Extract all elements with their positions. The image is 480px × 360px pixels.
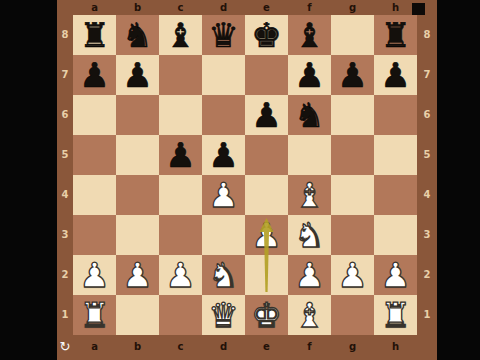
rank-label-5: 5: [417, 135, 437, 175]
square-b7[interactable]: ♟: [116, 55, 159, 95]
square-g1[interactable]: [331, 295, 374, 335]
file-label-h: h: [374, 335, 417, 360]
black-bishop-f8[interactable]: ♝: [294, 15, 324, 55]
square-e7[interactable]: [245, 55, 288, 95]
square-f4[interactable]: ♝: [288, 175, 331, 215]
file-label-g: g: [331, 0, 374, 15]
square-a4[interactable]: [73, 175, 116, 215]
file-label-h: h: [374, 0, 417, 15]
white-pawn-d4[interactable]: ♟: [208, 175, 238, 215]
square-d6[interactable]: [202, 95, 245, 135]
square-d4[interactable]: ♟: [202, 175, 245, 215]
black-pawn-c5[interactable]: ♟: [165, 135, 195, 175]
square-g8[interactable]: [331, 15, 374, 55]
square-d5[interactable]: ♟: [202, 135, 245, 175]
square-d3[interactable]: [202, 215, 245, 255]
white-pawn-b2[interactable]: ♟: [122, 255, 152, 295]
square-h1[interactable]: ♜: [374, 295, 417, 335]
square-d7[interactable]: [202, 55, 245, 95]
square-f1[interactable]: ♝: [288, 295, 331, 335]
square-f7[interactable]: ♟: [288, 55, 331, 95]
file-label-a: a: [73, 335, 116, 360]
square-b2[interactable]: ♟: [116, 255, 159, 295]
square-f5[interactable]: [288, 135, 331, 175]
black-bishop-c8[interactable]: ♝: [165, 15, 195, 55]
square-b3[interactable]: [116, 215, 159, 255]
square-f3[interactable]: ♞: [288, 215, 331, 255]
rank-label-7: 7: [417, 55, 437, 95]
black-pawn-g7[interactable]: ♟: [337, 55, 367, 95]
square-e3[interactable]: ♟: [245, 215, 288, 255]
rank-label-6: 6: [57, 95, 73, 135]
rank-labels-right: 87654321: [417, 15, 437, 335]
black-pawn-d5[interactable]: ♟: [208, 135, 238, 175]
file-label-d: d: [202, 0, 245, 15]
square-b4[interactable]: [116, 175, 159, 215]
square-a7[interactable]: ♟: [73, 55, 116, 95]
square-c2[interactable]: ♟: [159, 255, 202, 295]
square-e8[interactable]: ♚: [245, 15, 288, 55]
square-h8[interactable]: ♜: [374, 15, 417, 55]
file-label-a: a: [73, 0, 116, 15]
rank-label-2: 2: [57, 255, 73, 295]
square-g3[interactable]: [331, 215, 374, 255]
white-pawn-a2[interactable]: ♟: [79, 255, 109, 295]
square-c8[interactable]: ♝: [159, 15, 202, 55]
square-g7[interactable]: ♟: [331, 55, 374, 95]
square-a2[interactable]: ♟: [73, 255, 116, 295]
square-h7[interactable]: ♟: [374, 55, 417, 95]
file-label-b: b: [116, 0, 159, 15]
rank-labels-left: 87654321: [57, 15, 73, 335]
square-f6[interactable]: ♞: [288, 95, 331, 135]
black-knight-b8[interactable]: ♞: [122, 15, 152, 55]
black-king-e8[interactable]: ♚: [251, 15, 281, 55]
square-c5[interactable]: ♟: [159, 135, 202, 175]
file-label-e: e: [245, 0, 288, 15]
square-c6[interactable]: [159, 95, 202, 135]
white-knight-d2[interactable]: ♞: [208, 255, 238, 295]
square-b1[interactable]: [116, 295, 159, 335]
square-c7[interactable]: [159, 55, 202, 95]
rank-label-7: 7: [57, 55, 73, 95]
rank-label-5: 5: [57, 135, 73, 175]
file-label-g: g: [331, 335, 374, 360]
file-label-c: c: [159, 335, 202, 360]
square-f2[interactable]: ♟: [288, 255, 331, 295]
square-h3[interactable]: [374, 215, 417, 255]
white-bishop-f1[interactable]: ♝: [294, 295, 324, 335]
square-h2[interactable]: ♟: [374, 255, 417, 295]
white-pawn-e3[interactable]: ♟: [251, 215, 281, 255]
black-queen-d8[interactable]: ♛: [208, 15, 238, 55]
rank-label-4: 4: [57, 175, 73, 215]
square-b6[interactable]: [116, 95, 159, 135]
flip-board-icon[interactable]: ↻: [57, 338, 73, 356]
rank-label-4: 4: [417, 175, 437, 215]
white-knight-f3[interactable]: ♞: [294, 215, 324, 255]
square-a8[interactable]: ♜: [73, 15, 116, 55]
black-pawn-b7[interactable]: ♟: [122, 55, 152, 95]
white-bishop-f4[interactable]: ♝: [294, 175, 324, 215]
rank-label-1: 1: [417, 295, 437, 335]
square-d1[interactable]: ♛: [202, 295, 245, 335]
file-label-f: f: [288, 0, 331, 15]
square-h4[interactable]: [374, 175, 417, 215]
white-pawn-g2[interactable]: ♟: [337, 255, 367, 295]
square-g6[interactable]: [331, 95, 374, 135]
rank-label-2: 2: [417, 255, 437, 295]
rank-label-3: 3: [417, 215, 437, 255]
black-rook-a8[interactable]: ♜: [79, 15, 109, 55]
white-pawn-c2[interactable]: ♟: [165, 255, 195, 295]
file-labels-bottom: abcdefgh: [73, 335, 417, 360]
black-rook-h8[interactable]: ♜: [380, 15, 410, 55]
square-e5[interactable]: [245, 135, 288, 175]
white-queen-d1[interactable]: ♛: [208, 295, 238, 335]
white-pawn-f2[interactable]: ♟: [294, 255, 324, 295]
square-c1[interactable]: [159, 295, 202, 335]
black-pawn-e6[interactable]: ♟: [251, 95, 281, 135]
square-a3[interactable]: [73, 215, 116, 255]
file-label-f: f: [288, 335, 331, 360]
file-label-d: d: [202, 335, 245, 360]
square-h5[interactable]: [374, 135, 417, 175]
black-pawn-h7[interactable]: ♟: [380, 55, 410, 95]
square-a6[interactable]: [73, 95, 116, 135]
square-d2[interactable]: ♞: [202, 255, 245, 295]
rank-label-8: 8: [57, 15, 73, 55]
rank-label-6: 6: [417, 95, 437, 135]
square-g4[interactable]: [331, 175, 374, 215]
square-d8[interactable]: ♛: [202, 15, 245, 55]
file-labels-top: abcdefgh: [73, 0, 417, 15]
square-b8[interactable]: ♞: [116, 15, 159, 55]
black-to-move-indicator: [412, 3, 425, 15]
left-black-bar: [0, 0, 57, 360]
black-pawn-a7[interactable]: ♟: [79, 55, 109, 95]
square-c3[interactable]: [159, 215, 202, 255]
rank-label-8: 8: [417, 15, 437, 55]
square-e1[interactable]: ♚: [245, 295, 288, 335]
rank-label-1: 1: [57, 295, 73, 335]
white-rook-a1[interactable]: ♜: [79, 295, 109, 335]
square-g5[interactable]: [331, 135, 374, 175]
black-knight-f6[interactable]: ♞: [294, 95, 324, 135]
white-pawn-h2[interactable]: ♟: [380, 255, 410, 295]
right-black-bar: [437, 0, 480, 360]
rank-label-3: 3: [57, 215, 73, 255]
square-f8[interactable]: ♝: [288, 15, 331, 55]
square-c4[interactable]: [159, 175, 202, 215]
black-pawn-f7[interactable]: ♟: [294, 55, 324, 95]
file-label-b: b: [116, 335, 159, 360]
chess-video-frame: abcdefgh 87654321 ♜♞♝♛♚♝♜♟♟♟♟♟♟♞♟♟♟♝♟♞♟♟…: [0, 0, 480, 360]
white-rook-h1[interactable]: ♜: [380, 295, 410, 335]
square-e6[interactable]: ♟: [245, 95, 288, 135]
board-frame: abcdefgh 87654321 ♜♞♝♛♚♝♜♟♟♟♟♟♟♞♟♟♟♝♟♞♟♟…: [57, 0, 437, 360]
square-h6[interactable]: [374, 95, 417, 135]
file-label-e: e: [245, 335, 288, 360]
white-king-e1[interactable]: ♚: [251, 295, 281, 335]
square-g2[interactable]: ♟: [331, 255, 374, 295]
square-a1[interactable]: ♜: [73, 295, 116, 335]
square-e4[interactable]: [245, 175, 288, 215]
square-a5[interactable]: [73, 135, 116, 175]
square-e2[interactable]: [245, 255, 288, 295]
chess-board: ♜♞♝♛♚♝♜♟♟♟♟♟♟♞♟♟♟♝♟♞♟♟♟♞♟♟♟♜♛♚♝♜: [73, 15, 417, 335]
square-b5[interactable]: [116, 135, 159, 175]
file-label-c: c: [159, 0, 202, 15]
